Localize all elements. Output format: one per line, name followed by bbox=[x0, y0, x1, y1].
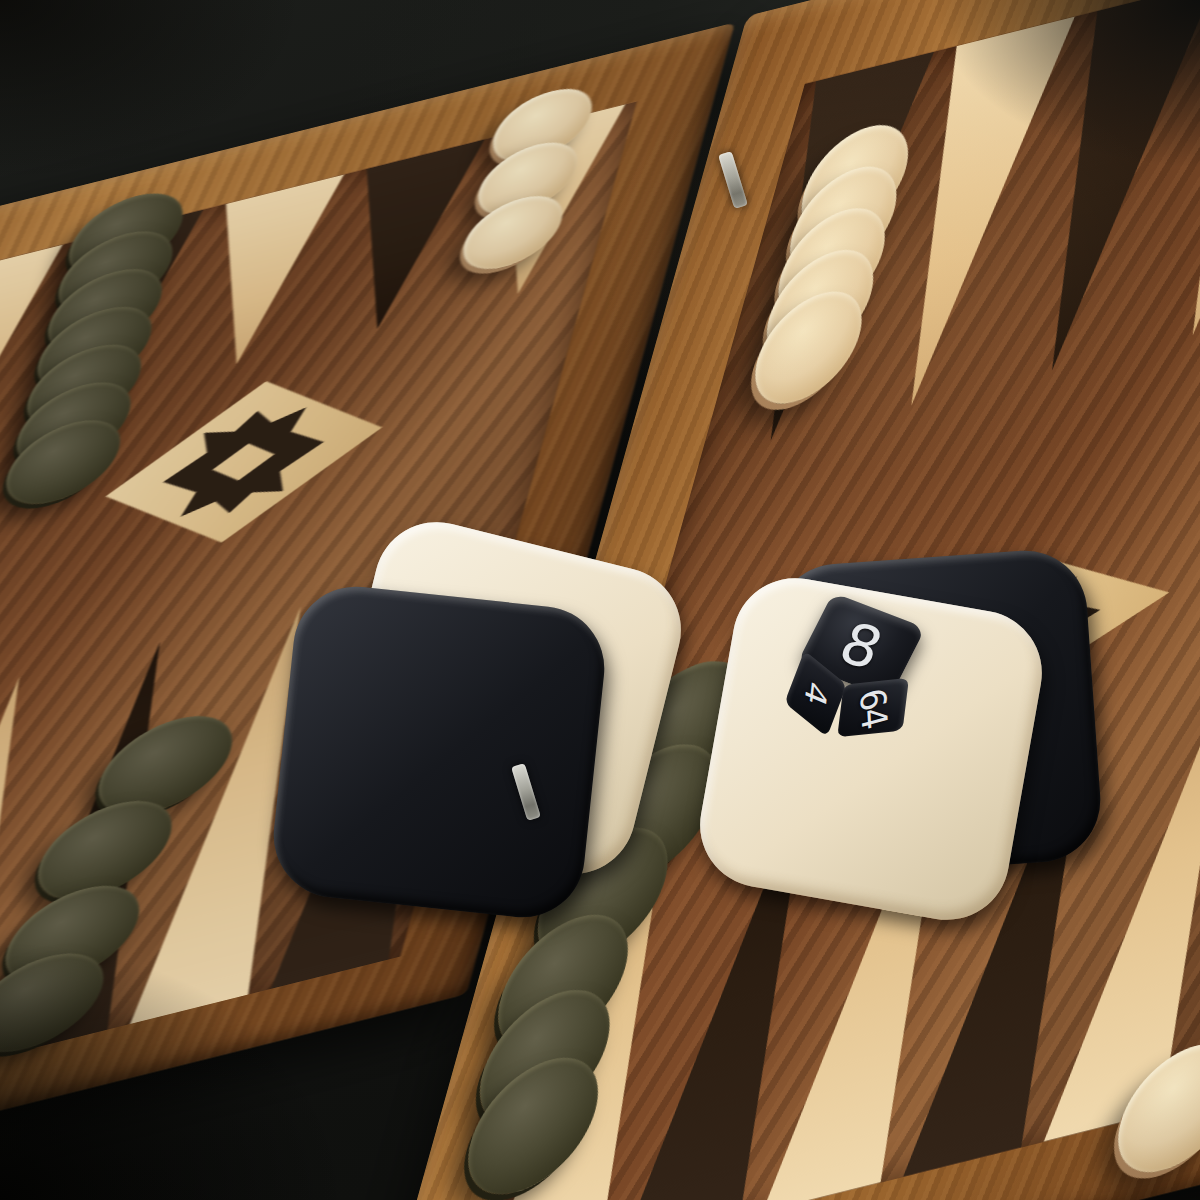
doubling-cube[interactable]: 8 4 64 bbox=[784, 594, 931, 741]
checker-cream[interactable] bbox=[742, 280, 874, 415]
black-die-showing-5[interactable] bbox=[268, 581, 611, 924]
cube-value-64: 64 bbox=[852, 683, 895, 732]
doubling-cube-right-face: 64 bbox=[838, 678, 910, 738]
point-top-4-light bbox=[166, 171, 355, 381]
backgammon-set-photo: 8 4 64 bbox=[0, 0, 1200, 1200]
inlay-ornament-icon bbox=[137, 381, 352, 543]
cube-value-8: 8 bbox=[830, 609, 892, 682]
checker-cream[interactable] bbox=[455, 186, 571, 279]
checker-olive[interactable] bbox=[0, 408, 130, 515]
cube-value-4: 4 bbox=[798, 676, 834, 712]
